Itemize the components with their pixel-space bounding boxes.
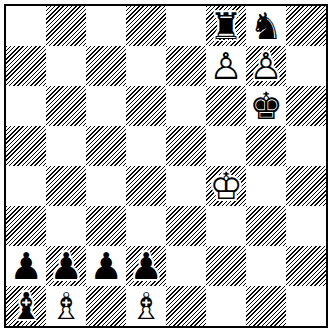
square-e7[interactable] — [166, 46, 206, 86]
piece-black-pawn: ♟ — [126, 246, 166, 286]
piece-black-bishop: ♝ — [6, 286, 46, 326]
square-d5[interactable] — [126, 126, 166, 166]
square-h4[interactable] — [286, 166, 326, 206]
square-c7[interactable] — [86, 46, 126, 86]
square-d3[interactable] — [126, 206, 166, 246]
square-f6[interactable] — [206, 86, 246, 126]
square-e6[interactable] — [166, 86, 206, 126]
square-d4[interactable] — [126, 166, 166, 206]
piece-white-pawn: ♟♙ — [206, 46, 246, 86]
square-a6[interactable] — [6, 86, 46, 126]
square-c5[interactable] — [86, 126, 126, 166]
square-h2[interactable] — [286, 246, 326, 286]
piece-black-king: ♚ — [246, 86, 286, 126]
square-c1[interactable] — [86, 286, 126, 326]
square-f8[interactable]: ♜ — [206, 6, 246, 46]
piece-black-pawn: ♟ — [46, 246, 86, 286]
board-frame: ♜♞♟♙♟♙♚♚♔♟♟♟♟♝♝♗♝♗ — [4, 4, 328, 328]
piece-white-king: ♚♔ — [206, 166, 246, 206]
square-f7[interactable]: ♟♙ — [206, 46, 246, 86]
square-c4[interactable] — [86, 166, 126, 206]
square-h6[interactable] — [286, 86, 326, 126]
square-a7[interactable] — [6, 46, 46, 86]
square-e1[interactable] — [166, 286, 206, 326]
square-a2[interactable]: ♟ — [6, 246, 46, 286]
square-h1[interactable] — [286, 286, 326, 326]
square-f4[interactable]: ♚♔ — [206, 166, 246, 206]
piece-black-rook: ♜ — [206, 6, 246, 46]
square-a1[interactable]: ♝ — [6, 286, 46, 326]
square-f2[interactable] — [206, 246, 246, 286]
square-d2[interactable]: ♟ — [126, 246, 166, 286]
square-d7[interactable] — [126, 46, 166, 86]
square-b8[interactable] — [46, 6, 86, 46]
piece-black-pawn: ♟ — [86, 246, 126, 286]
piece-black-knight: ♞ — [246, 6, 286, 46]
square-c2[interactable]: ♟ — [86, 246, 126, 286]
square-g7[interactable]: ♟♙ — [246, 46, 286, 86]
square-h7[interactable] — [286, 46, 326, 86]
square-a8[interactable] — [6, 6, 46, 46]
square-a3[interactable] — [6, 206, 46, 246]
square-c3[interactable] — [86, 206, 126, 246]
square-b3[interactable] — [46, 206, 86, 246]
square-f1[interactable] — [206, 286, 246, 326]
square-g2[interactable] — [246, 246, 286, 286]
square-g8[interactable]: ♞ — [246, 6, 286, 46]
square-g3[interactable] — [246, 206, 286, 246]
square-d8[interactable] — [126, 6, 166, 46]
square-c8[interactable] — [86, 6, 126, 46]
square-h5[interactable] — [286, 126, 326, 166]
square-b7[interactable] — [46, 46, 86, 86]
square-e8[interactable] — [166, 6, 206, 46]
square-g5[interactable] — [246, 126, 286, 166]
square-b6[interactable] — [46, 86, 86, 126]
square-e4[interactable] — [166, 166, 206, 206]
square-h8[interactable] — [286, 6, 326, 46]
square-b1[interactable]: ♝♗ — [46, 286, 86, 326]
piece-black-pawn: ♟ — [6, 246, 46, 286]
square-b5[interactable] — [46, 126, 86, 166]
square-g4[interactable] — [246, 166, 286, 206]
square-d1[interactable]: ♝♗ — [126, 286, 166, 326]
square-d6[interactable] — [126, 86, 166, 126]
square-h3[interactable] — [286, 206, 326, 246]
piece-white-bishop: ♝♗ — [126, 286, 166, 326]
square-e5[interactable] — [166, 126, 206, 166]
square-g6[interactable]: ♚ — [246, 86, 286, 126]
square-b4[interactable] — [46, 166, 86, 206]
square-g1[interactable] — [246, 286, 286, 326]
square-b2[interactable]: ♟ — [46, 246, 86, 286]
square-e3[interactable] — [166, 206, 206, 246]
chess-board: ♜♞♟♙♟♙♚♚♔♟♟♟♟♝♝♗♝♗ — [6, 6, 326, 326]
piece-white-pawn: ♟♙ — [246, 46, 286, 86]
piece-white-bishop: ♝♗ — [46, 286, 86, 326]
square-e2[interactable] — [166, 246, 206, 286]
square-c6[interactable] — [86, 86, 126, 126]
square-a4[interactable] — [6, 166, 46, 206]
square-f3[interactable] — [206, 206, 246, 246]
square-a5[interactable] — [6, 126, 46, 166]
square-f5[interactable] — [206, 126, 246, 166]
